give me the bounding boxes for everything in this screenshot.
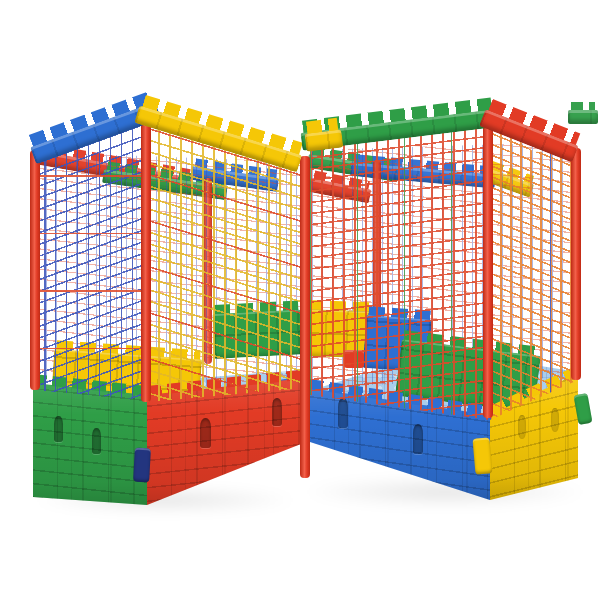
red-wall-arrow-slit: [200, 418, 211, 448]
right-pen-right-post: [571, 148, 581, 380]
navy-corner-clip: [133, 448, 151, 483]
yellow-wall-groove: [551, 408, 559, 432]
yellow-corner-clip: [472, 437, 492, 474]
blue-wall-arrow-slit: [413, 424, 423, 454]
red-wall-arrow-slit: [272, 398, 282, 426]
playpen-product-photo: [0, 0, 600, 600]
right-pen-back-corner-green-block: [568, 102, 598, 124]
right-pen-top-rail-yellow-block: [303, 117, 343, 151]
yellow-wall-groove: [518, 415, 526, 439]
left-pen-front-post: [141, 112, 151, 402]
junction-post: [300, 156, 310, 478]
blue-wall-arrow-slit: [338, 398, 348, 428]
right-pen-front-post: [483, 118, 493, 418]
left-pen-left-post: [30, 150, 40, 390]
green-wall-arrow-slit: [92, 428, 101, 454]
right-pen-front-net: [310, 115, 490, 425]
right-pen-right-net: [490, 115, 578, 425]
green-wall-arrow-slit: [54, 416, 63, 442]
